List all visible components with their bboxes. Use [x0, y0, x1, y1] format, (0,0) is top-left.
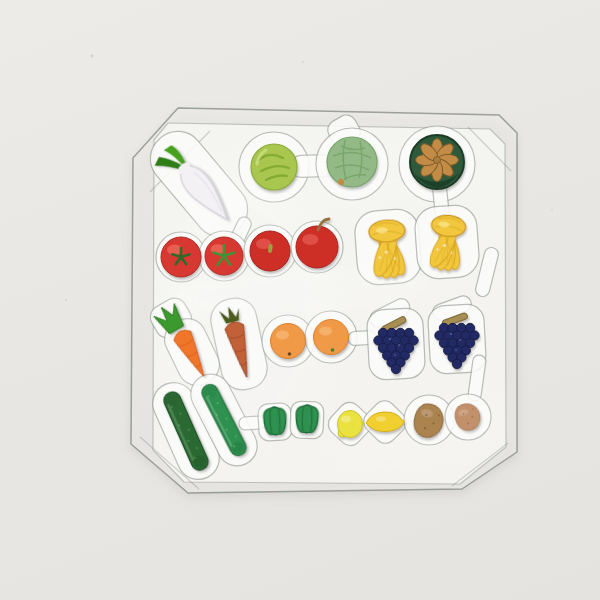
green-melon: [327, 137, 377, 187]
green-cabbage: [251, 144, 297, 190]
lemon-1: [338, 411, 363, 438]
red-apple-1: [250, 231, 290, 271]
tomato-1: [161, 237, 201, 277]
orange-2: [314, 320, 349, 355]
kabocha-pumpkin: [410, 135, 464, 189]
orange-1: [271, 324, 306, 359]
green-pepper-1: [263, 406, 286, 435]
scene-svg: [0, 0, 600, 600]
tomato-2: [205, 237, 243, 275]
green-pepper-2: [296, 405, 319, 434]
photo: [0, 0, 600, 600]
